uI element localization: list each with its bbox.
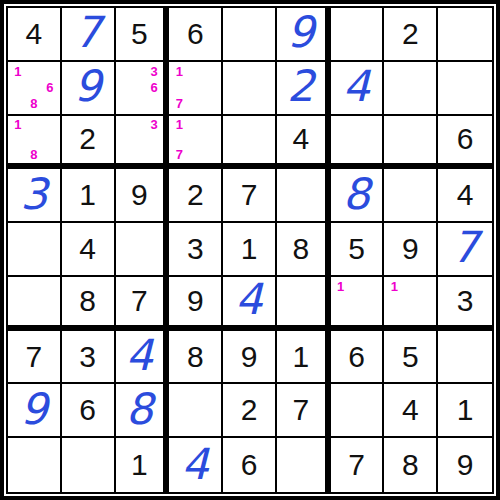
cell-r9c7[interactable]: 7 [331,438,385,492]
solved-digit: 8 [343,173,370,216]
cell-r9c5[interactable]: 6 [223,438,277,492]
cell-r3c9[interactable]: 6 [438,116,492,170]
pencil-mark-3: 3 [147,118,162,133]
cell-r6c3[interactable]: 7 [116,277,170,331]
cell-r5c4[interactable]: 3 [169,223,223,277]
cell-r8c2[interactable]: 6 [62,384,116,438]
cell-r1c8[interactable]: 2 [384,8,438,62]
cell-r1c2[interactable]: 7 [62,8,116,62]
given-digit: 7 [131,286,148,316]
cell-r1c3[interactable]: 5 [116,8,170,62]
cell-r3c7[interactable] [331,116,385,170]
cell-r7c9[interactable] [438,331,492,385]
given-digit: 8 [187,342,204,372]
cell-r6c6[interactable] [277,277,331,331]
solved-digit: 9 [287,11,314,54]
given-digit: 5 [402,342,419,372]
pencil-marks: 1 [386,279,434,323]
solved-digit: 2 [287,65,314,108]
pencil-mark-1: 1 [333,279,349,294]
cell-r4c2[interactable]: 1 [62,169,116,223]
given-digit: 4 [292,124,309,154]
cell-r9c8[interactable]: 8 [384,438,438,492]
cell-r1c5[interactable] [223,8,277,62]
given-digit: 6 [348,342,365,372]
sudoku-grid: 4756921689361724182317463192784431859787… [6,6,494,494]
cell-r1c1[interactable]: 4 [8,8,62,62]
cell-r8c3[interactable]: 8 [116,384,170,438]
cell-r9c4[interactable]: 4 [169,438,223,492]
pencil-mark-1: 1 [171,118,187,133]
cell-r5c2[interactable]: 4 [62,223,116,277]
cell-r9c6[interactable] [277,438,331,492]
cell-r2c5[interactable] [223,62,277,116]
given-digit: 1 [457,395,474,425]
cell-r2c7[interactable]: 4 [331,62,385,116]
cell-r5c3[interactable] [116,223,170,277]
cell-r9c9[interactable]: 9 [438,438,492,492]
cell-r9c3[interactable]: 1 [116,438,170,492]
given-digit: 4 [402,395,419,425]
solved-digit: 3 [20,173,47,216]
given-digit: 6 [79,395,96,425]
cell-r5c6[interactable]: 8 [277,223,331,277]
cell-r1c4[interactable]: 6 [169,8,223,62]
given-digit: 3 [79,342,96,372]
cell-r1c7[interactable] [331,8,385,62]
cell-r7c8[interactable]: 5 [384,331,438,385]
cell-r1c9[interactable] [438,8,492,62]
cell-r2c6[interactable]: 2 [277,62,331,116]
cell-r3c1[interactable]: 18 [8,116,62,170]
cell-r5c1[interactable] [8,223,62,277]
pencil-marks: 1 [333,279,381,323]
solved-digit: 4 [343,65,370,108]
given-digit: 6 [457,124,474,154]
cell-r7c7[interactable]: 6 [331,331,385,385]
given-digit: 8 [292,234,309,264]
given-digit: 4 [26,19,43,49]
cell-r4c8[interactable] [384,169,438,223]
given-digit: 1 [79,180,96,210]
cell-r7c1[interactable]: 7 [8,331,62,385]
given-digit: 2 [402,19,419,49]
cell-r8c8[interactable]: 4 [384,384,438,438]
cell-r2c2[interactable]: 9 [62,62,116,116]
solved-digit: 4 [182,443,209,486]
cell-r4c4[interactable]: 2 [169,169,223,223]
pencil-marks: 18 [10,118,58,162]
cell-r3c5[interactable] [223,116,277,170]
pencil-mark-8: 8 [26,96,42,112]
cell-r3c2[interactable]: 2 [62,116,116,170]
pencil-mark-1: 1 [171,64,187,80]
pencil-mark-1: 1 [10,64,26,80]
given-digit: 8 [402,450,419,480]
solved-digit: 7 [451,226,478,269]
cell-r4c3[interactable]: 9 [116,169,170,223]
cell-r6c4[interactable]: 9 [169,277,223,331]
given-digit: 6 [241,450,258,480]
given-digit: 4 [457,180,474,210]
given-digit: 9 [187,286,204,316]
cell-r6c8[interactable]: 1 [384,277,438,331]
given-digit: 6 [187,19,204,49]
cell-r6c9[interactable]: 3 [438,277,492,331]
cell-r2c4[interactable]: 17 [169,62,223,116]
given-digit: 8 [79,286,96,316]
cell-r8c1[interactable]: 9 [8,384,62,438]
solved-digit: 8 [126,388,153,431]
given-digit: 5 [348,234,365,264]
given-digit: 7 [348,450,365,480]
cell-r6c7[interactable]: 1 [331,277,385,331]
cell-r4c1[interactable]: 3 [8,169,62,223]
pencil-marks: 3 [118,118,162,162]
cell-r8c6[interactable]: 7 [277,384,331,438]
cell-r3c6[interactable]: 4 [277,116,331,170]
cell-r3c8[interactable] [384,116,438,170]
cell-r5c7[interactable]: 5 [331,223,385,277]
cell-r7c6[interactable]: 1 [277,331,331,385]
pencil-marks: 17 [171,64,219,112]
given-digit: 7 [292,395,309,425]
cell-r8c4[interactable] [169,384,223,438]
cell-r5c8[interactable]: 9 [384,223,438,277]
cell-r5c5[interactable]: 1 [223,223,277,277]
cell-r6c5[interactable]: 4 [223,277,277,331]
pencil-marks: 36 [118,64,162,112]
cell-r8c5[interactable]: 2 [223,384,277,438]
given-digit: 4 [79,234,96,264]
pencil-mark-1: 1 [10,118,26,133]
given-digit: 3 [457,286,474,316]
cell-r3c3[interactable]: 3 [116,116,170,170]
pencil-mark-7: 7 [171,96,187,112]
sudoku-board: 4756921689361724182317463192784431859787… [0,0,500,500]
given-digit: 1 [131,450,148,480]
given-digit: 3 [187,234,204,264]
cell-r4c6[interactable] [277,169,331,223]
cell-r7c2[interactable]: 3 [62,331,116,385]
cell-r8c7[interactable] [331,384,385,438]
solved-digit: 4 [126,334,153,377]
cell-r7c4[interactable]: 8 [169,331,223,385]
given-digit: 9 [402,234,419,264]
solved-digit: 7 [74,11,101,54]
given-digit: 5 [131,19,148,49]
pencil-marks: 168 [10,64,58,112]
cell-r1c6[interactable]: 9 [277,8,331,62]
pencil-mark-6: 6 [42,80,58,96]
given-digit: 9 [131,180,148,210]
pencil-marks: 17 [171,118,219,162]
cell-r9c1[interactable] [8,438,62,492]
given-digit: 2 [241,395,258,425]
given-digit: 1 [241,234,258,264]
given-digit: 7 [26,342,43,372]
cell-r6c2[interactable]: 8 [62,277,116,331]
given-digit: 7 [241,180,258,210]
solved-digit: 4 [235,278,262,321]
pencil-mark-6: 6 [147,80,162,96]
given-digit: 2 [79,124,96,154]
cell-r3c4[interactable]: 17 [169,116,223,170]
given-digit: 1 [292,342,309,372]
solved-digit: 9 [20,388,47,431]
cell-r8c9[interactable]: 1 [438,384,492,438]
cell-r2c3[interactable]: 36 [116,62,170,116]
given-digit: 2 [187,180,204,210]
pencil-mark-3: 3 [147,64,162,80]
cell-r5c9[interactable]: 7 [438,223,492,277]
cell-r4c5[interactable]: 7 [223,169,277,223]
cell-r2c1[interactable]: 168 [8,62,62,116]
cell-r7c5[interactable]: 9 [223,331,277,385]
given-digit: 9 [457,450,474,480]
solved-digit: 9 [74,65,101,108]
cell-r2c8[interactable] [384,62,438,116]
given-digit: 9 [241,342,258,372]
pencil-mark-8: 8 [26,147,42,162]
cell-r4c9[interactable]: 4 [438,169,492,223]
cell-r6c1[interactable] [8,277,62,331]
cell-r7c3[interactable]: 4 [116,331,170,385]
cell-r2c9[interactable] [438,62,492,116]
cell-r4c7[interactable]: 8 [331,169,385,223]
pencil-mark-7: 7 [171,147,187,162]
pencil-mark-1: 1 [386,279,402,294]
cell-r9c2[interactable] [62,438,116,492]
